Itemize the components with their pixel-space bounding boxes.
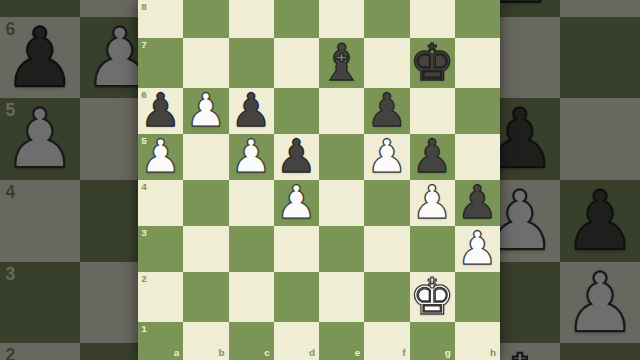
- rank-label-4: 4: [141, 182, 147, 192]
- white-pawn-h3[interactable]: ♟: [457, 226, 498, 272]
- square-e1[interactable]: e: [319, 322, 364, 360]
- square-f7[interactable]: [364, 38, 409, 88]
- square-c5[interactable]: ♟: [229, 134, 274, 180]
- square-f6[interactable]: ♟: [364, 88, 409, 134]
- rank-label-3: 3: [141, 228, 147, 238]
- square-a1[interactable]: 1a: [138, 322, 183, 360]
- square-d4[interactable]: ♟: [274, 180, 319, 226]
- square-a3: 3: [0, 262, 80, 344]
- square-h8[interactable]: [455, 0, 500, 38]
- square-c1[interactable]: c: [229, 322, 274, 360]
- square-d6[interactable]: [274, 88, 319, 134]
- square-f5[interactable]: ♟: [364, 134, 409, 180]
- square-h1[interactable]: h: [455, 322, 500, 360]
- square-e7[interactable]: ♝: [319, 38, 364, 88]
- square-c4[interactable]: [229, 180, 274, 226]
- rank-label-6: 6: [141, 90, 147, 100]
- black-pawn-c6[interactable]: ♟: [231, 88, 272, 134]
- square-h2[interactable]: [455, 272, 500, 322]
- chess-app-screenshot: 87♝♚6♟♟♟♟5♟♟♟♟♟4♟♟♟3♟2♚1abcdefgh 87♝♚6♟♟…: [0, 0, 640, 360]
- file-label-c: c: [264, 348, 270, 358]
- black-pawn-f6[interactable]: ♟: [366, 88, 407, 134]
- rank-label-2: 2: [141, 274, 147, 284]
- square-b1[interactable]: b: [183, 322, 228, 360]
- white-pawn-g4[interactable]: ♟: [412, 180, 453, 226]
- square-a4: 4: [0, 180, 80, 262]
- square-a2: 2: [0, 343, 80, 360]
- white-pawn-f5[interactable]: ♟: [366, 134, 407, 180]
- square-d1[interactable]: d: [274, 322, 319, 360]
- file-label-g: g: [445, 348, 451, 358]
- square-g5[interactable]: ♟: [410, 134, 455, 180]
- square-e6[interactable]: [319, 88, 364, 134]
- square-a7[interactable]: 7: [138, 38, 183, 88]
- square-c2[interactable]: [229, 272, 274, 322]
- square-b2[interactable]: [183, 272, 228, 322]
- black-pawn-d5[interactable]: ♟: [276, 134, 317, 180]
- square-a6: 6♟: [0, 17, 80, 99]
- square-b8[interactable]: [183, 0, 228, 38]
- white-king-g2[interactable]: ♚: [410, 272, 455, 322]
- square-b7[interactable]: [183, 38, 228, 88]
- black-bishop-e7[interactable]: ♝: [319, 38, 364, 88]
- square-h3: ♟: [560, 262, 640, 344]
- square-a3[interactable]: 3: [138, 226, 183, 272]
- square-h6[interactable]: [455, 88, 500, 134]
- square-g2[interactable]: ♚: [410, 272, 455, 322]
- rank-label-2: 2: [6, 347, 16, 360]
- square-b3[interactable]: [183, 226, 228, 272]
- square-f3[interactable]: [364, 226, 409, 272]
- square-h3[interactable]: ♟: [455, 226, 500, 272]
- square-f1[interactable]: f: [364, 322, 409, 360]
- square-f8[interactable]: [364, 0, 409, 38]
- rank-label-7: 7: [141, 40, 147, 50]
- square-c8[interactable]: [229, 0, 274, 38]
- square-c7[interactable]: [229, 38, 274, 88]
- square-g3[interactable]: [410, 226, 455, 272]
- square-h7: [560, 0, 640, 17]
- white-pawn-b6[interactable]: ♟: [185, 88, 226, 134]
- square-e3[interactable]: [319, 226, 364, 272]
- square-b6[interactable]: ♟: [183, 88, 228, 134]
- square-g6[interactable]: [410, 88, 455, 134]
- rank-label-4: 4: [6, 184, 16, 202]
- rank-label-6: 6: [6, 21, 16, 39]
- square-b4[interactable]: [183, 180, 228, 226]
- square-d2[interactable]: [274, 272, 319, 322]
- black-pawn-g5[interactable]: ♟: [412, 134, 453, 180]
- file-label-f: f: [402, 348, 405, 358]
- file-label-d: d: [309, 348, 315, 358]
- square-e5[interactable]: [319, 134, 364, 180]
- square-e4[interactable]: [319, 180, 364, 226]
- square-h6: [560, 17, 640, 99]
- square-d3[interactable]: [274, 226, 319, 272]
- square-h7[interactable]: [455, 38, 500, 88]
- white-pawn-d4[interactable]: ♟: [276, 180, 317, 226]
- square-a5[interactable]: 5♟: [138, 134, 183, 180]
- square-f2[interactable]: [364, 272, 409, 322]
- square-a4[interactable]: 4: [138, 180, 183, 226]
- square-d7[interactable]: [274, 38, 319, 88]
- square-e2[interactable]: [319, 272, 364, 322]
- square-g1[interactable]: g: [410, 322, 455, 360]
- square-a2[interactable]: 2: [138, 272, 183, 322]
- square-g7[interactable]: ♚: [410, 38, 455, 88]
- black-king-g7[interactable]: ♚: [410, 38, 455, 88]
- rank-label-5: 5: [141, 136, 147, 146]
- rank-label-8: 8: [141, 2, 147, 12]
- square-f4[interactable]: [364, 180, 409, 226]
- square-g4[interactable]: ♟: [410, 180, 455, 226]
- square-d8[interactable]: [274, 0, 319, 38]
- rank-label-5: 5: [6, 102, 16, 120]
- rank-label-1: 1: [141, 324, 147, 334]
- square-d5[interactable]: ♟: [274, 134, 319, 180]
- file-label-a: a: [174, 348, 180, 358]
- square-h5: [560, 98, 640, 180]
- white-pawn-h3: ♟: [563, 262, 636, 344]
- square-a6[interactable]: 6♟: [138, 88, 183, 134]
- square-a5: 5♟: [0, 98, 80, 180]
- square-b5[interactable]: [183, 134, 228, 180]
- black-pawn-h4: ♟: [563, 180, 636, 262]
- file-label-h: h: [490, 348, 496, 358]
- white-pawn-c5[interactable]: ♟: [231, 134, 272, 180]
- square-c3[interactable]: [229, 226, 274, 272]
- square-h5[interactable]: [455, 134, 500, 180]
- file-label-b: b: [218, 348, 224, 358]
- rank-label-3: 3: [6, 266, 16, 284]
- square-c6[interactable]: ♟: [229, 88, 274, 134]
- square-a8[interactable]: 8: [138, 0, 183, 38]
- square-h4[interactable]: ♟: [455, 180, 500, 226]
- square-h2: [560, 343, 640, 360]
- square-h4: ♟: [560, 180, 640, 262]
- black-pawn-h4[interactable]: ♟: [457, 180, 498, 226]
- chess-board: 87♝♚6♟♟♟♟5♟♟♟♟♟4♟♟♟3♟2♚1abcdefgh: [138, 0, 500, 360]
- file-label-e: e: [355, 348, 361, 358]
